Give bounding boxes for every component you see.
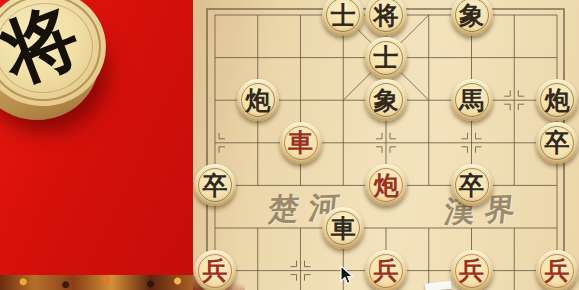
- piece-black-車[interactable]: 車: [322, 207, 364, 249]
- piece-black-卒[interactable]: 卒: [536, 122, 578, 164]
- piece-top-face: 将: [0, 0, 113, 114]
- piece-black-卒[interactable]: 卒: [194, 164, 236, 206]
- piece-character: 象: [365, 79, 407, 121]
- piece-black-卒[interactable]: 卒: [451, 164, 493, 206]
- piece-black-炮[interactable]: 炮: [536, 79, 578, 121]
- piece-black-将[interactable]: 将: [365, 0, 407, 36]
- piece-black-士[interactable]: 士: [322, 0, 364, 36]
- mouse-cursor: [340, 265, 354, 285]
- piece-character: 炮: [365, 164, 407, 206]
- piece-character: 炮: [237, 79, 279, 121]
- piece-character: 士: [322, 0, 364, 36]
- piece-character: 兵: [365, 250, 407, 290]
- piece-character: 兵: [194, 250, 236, 290]
- piece-black-士[interactable]: 士: [365, 37, 407, 79]
- piece-character: 士: [365, 37, 407, 79]
- xiangqi-board[interactable]: 楚河 漢界 士将象士炮象馬炮車卒卒炮卒車兵兵兵兵 5: [193, 0, 579, 290]
- piece-character: 卒: [536, 122, 578, 164]
- piece-character: 兵: [536, 250, 578, 290]
- piece-black-象[interactable]: 象: [365, 79, 407, 121]
- giant-general-piece: 将: [0, 0, 106, 110]
- piece-character: 車: [280, 122, 322, 164]
- fabric-strip: [0, 275, 193, 290]
- piece-character: 象: [451, 0, 493, 36]
- piece-black-炮[interactable]: 炮: [237, 79, 279, 121]
- piece-red-炮[interactable]: 炮: [365, 164, 407, 206]
- pieces-layer: 士将象士炮象馬炮車卒卒炮卒車兵兵兵兵: [193, 0, 579, 290]
- piece-character: 将: [365, 0, 407, 36]
- piece-character: 卒: [194, 164, 236, 206]
- piece-red-兵[interactable]: 兵: [365, 250, 407, 290]
- screenshot-root: 将 楚河 漢界 士将象士炮象馬炮車卒卒炮卒車兵兵兵兵 5: [0, 0, 579, 290]
- watermark-digit: 5: [418, 269, 464, 290]
- piece-red-兵[interactable]: 兵: [194, 250, 236, 290]
- piece-black-馬[interactable]: 馬: [451, 79, 493, 121]
- piece-character: 炮: [536, 79, 578, 121]
- piece-red-兵[interactable]: 兵: [536, 250, 578, 290]
- piece-character: 車: [322, 207, 364, 249]
- piece-character: 馬: [451, 79, 493, 121]
- piece-character: 卒: [451, 164, 493, 206]
- piece-black-象[interactable]: 象: [451, 0, 493, 36]
- piece-red-車[interactable]: 車: [280, 122, 322, 164]
- decor-panel: 将: [0, 0, 195, 290]
